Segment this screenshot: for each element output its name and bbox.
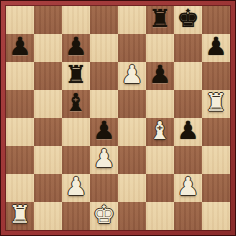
square-c1[interactable] (62, 202, 90, 230)
square-f3[interactable] (146, 146, 174, 174)
square-c4[interactable] (62, 118, 90, 146)
square-g6[interactable] (174, 62, 202, 90)
square-b5[interactable] (34, 90, 62, 118)
square-b2[interactable] (34, 174, 62, 202)
square-a7[interactable]: ♟ (6, 34, 34, 62)
piece-white-king-d1: ♚ (93, 201, 115, 229)
square-d2[interactable] (90, 174, 118, 202)
square-a2[interactable] (6, 174, 34, 202)
square-f4[interactable]: ♝ (146, 118, 174, 146)
piece-black-pawn-c7: ♟ (65, 33, 87, 61)
square-f1[interactable] (146, 202, 174, 230)
chess-board: ♜♚♟♟♟♜♟♟♝♜♟♝♟♟♟♟♜♚ (6, 6, 230, 230)
square-a1[interactable]: ♜ (6, 202, 34, 230)
piece-white-bishop-f4: ♝ (149, 117, 171, 145)
square-c7[interactable]: ♟ (62, 34, 90, 62)
square-c5[interactable]: ♝ (62, 90, 90, 118)
square-h7[interactable]: ♟ (202, 34, 230, 62)
square-c8[interactable] (62, 6, 90, 34)
square-e8[interactable] (118, 6, 146, 34)
board-frame: ♜♚♟♟♟♜♟♟♝♜♟♝♟♟♟♟♜♚ (0, 0, 236, 236)
square-b3[interactable] (34, 146, 62, 174)
square-c3[interactable] (62, 146, 90, 174)
square-h1[interactable] (202, 202, 230, 230)
square-d5[interactable] (90, 90, 118, 118)
square-h3[interactable] (202, 146, 230, 174)
square-g8[interactable]: ♚ (174, 6, 202, 34)
square-a3[interactable] (6, 146, 34, 174)
square-f5[interactable] (146, 90, 174, 118)
piece-black-pawn-a7: ♟ (9, 33, 31, 61)
piece-black-pawn-d4: ♟ (93, 117, 115, 145)
square-e5[interactable] (118, 90, 146, 118)
square-b4[interactable] (34, 118, 62, 146)
square-a5[interactable] (6, 90, 34, 118)
piece-white-pawn-d3: ♟ (93, 145, 115, 173)
square-e1[interactable] (118, 202, 146, 230)
square-b7[interactable] (34, 34, 62, 62)
piece-black-pawn-g4: ♟ (177, 117, 199, 145)
square-e6[interactable]: ♟ (118, 62, 146, 90)
square-e7[interactable] (118, 34, 146, 62)
square-g7[interactable] (174, 34, 202, 62)
square-g3[interactable] (174, 146, 202, 174)
square-g2[interactable]: ♟ (174, 174, 202, 202)
piece-black-pawn-f6: ♟ (149, 61, 171, 89)
square-d6[interactable] (90, 62, 118, 90)
square-f8[interactable]: ♜ (146, 6, 174, 34)
square-h2[interactable] (202, 174, 230, 202)
piece-white-pawn-c2: ♟ (65, 173, 87, 201)
piece-black-pawn-h7: ♟ (205, 33, 227, 61)
square-h8[interactable] (202, 6, 230, 34)
square-d4[interactable]: ♟ (90, 118, 118, 146)
square-d8[interactable] (90, 6, 118, 34)
square-c6[interactable]: ♜ (62, 62, 90, 90)
square-e4[interactable] (118, 118, 146, 146)
piece-white-rook-a1: ♜ (9, 201, 31, 229)
square-d3[interactable]: ♟ (90, 146, 118, 174)
piece-black-rook-f8: ♜ (149, 5, 171, 33)
square-c2[interactable]: ♟ (62, 174, 90, 202)
piece-black-rook-c6: ♜ (65, 61, 87, 89)
square-a4[interactable] (6, 118, 34, 146)
square-e3[interactable] (118, 146, 146, 174)
square-b1[interactable] (34, 202, 62, 230)
square-f2[interactable] (146, 174, 174, 202)
square-b6[interactable] (34, 62, 62, 90)
square-a8[interactable] (6, 6, 34, 34)
square-g4[interactable]: ♟ (174, 118, 202, 146)
square-g1[interactable] (174, 202, 202, 230)
square-f6[interactable]: ♟ (146, 62, 174, 90)
square-h4[interactable] (202, 118, 230, 146)
piece-black-bishop-c5: ♝ (65, 89, 87, 117)
square-h5[interactable]: ♜ (202, 90, 230, 118)
piece-white-pawn-e6: ♟ (121, 61, 143, 89)
square-a6[interactable] (6, 62, 34, 90)
square-h6[interactable] (202, 62, 230, 90)
square-d7[interactable] (90, 34, 118, 62)
square-b8[interactable] (34, 6, 62, 34)
square-d1[interactable]: ♚ (90, 202, 118, 230)
square-e2[interactable] (118, 174, 146, 202)
square-f7[interactable] (146, 34, 174, 62)
piece-black-king-g8: ♚ (177, 5, 199, 33)
square-g5[interactable] (174, 90, 202, 118)
piece-white-rook-h5: ♜ (205, 89, 227, 117)
piece-white-pawn-g2: ♟ (177, 173, 199, 201)
